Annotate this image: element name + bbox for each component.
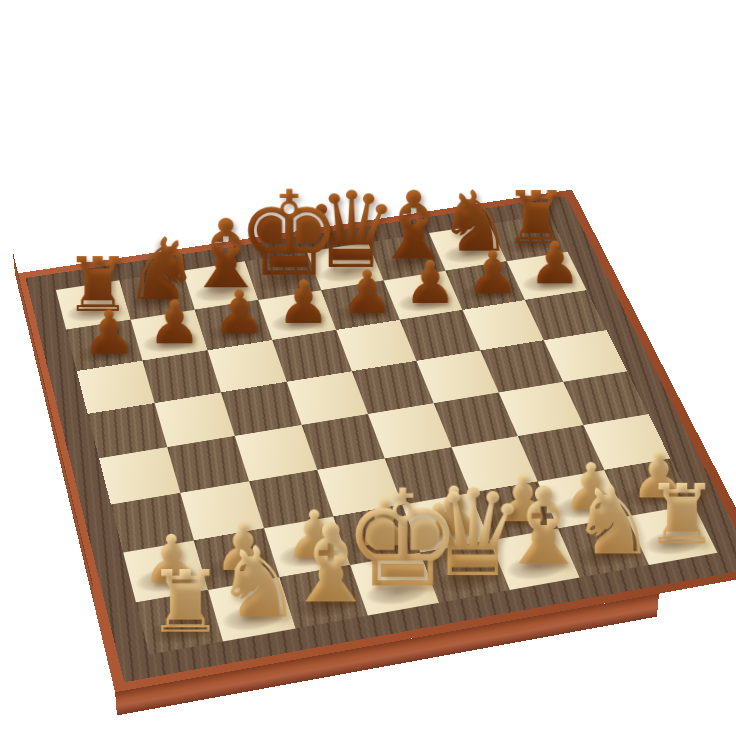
square-a7[interactable]: ♟ [66, 320, 142, 371]
chess-board: ♜♞♝♚♛♝♞♜♟♟♟♟♟♟♟♟♟♟♟♟♟♟♟♟♜♞♝♚♛♝♞♜ [15, 190, 736, 693]
piece-white-rook-a1[interactable]: ♜ [108, 559, 262, 645]
chess-photo-scene: ♜♞♝♚♛♝♞♜♟♟♟♟♟♟♟♟♟♟♟♟♟♟♟♟♜♞♝♚♛♝♞♜ [0, 0, 736, 736]
piece-black-pawn-a7[interactable]: ♟ [40, 303, 177, 364]
square-a1[interactable]: ♜ [136, 590, 223, 655]
board-grid: ♜♞♝♚♛♝♞♜♟♟♟♟♟♟♟♟♟♟♟♟♟♟♟♟♜♞♝♚♛♝♞♜ [56, 215, 718, 655]
square-a6[interactable] [77, 361, 155, 414]
